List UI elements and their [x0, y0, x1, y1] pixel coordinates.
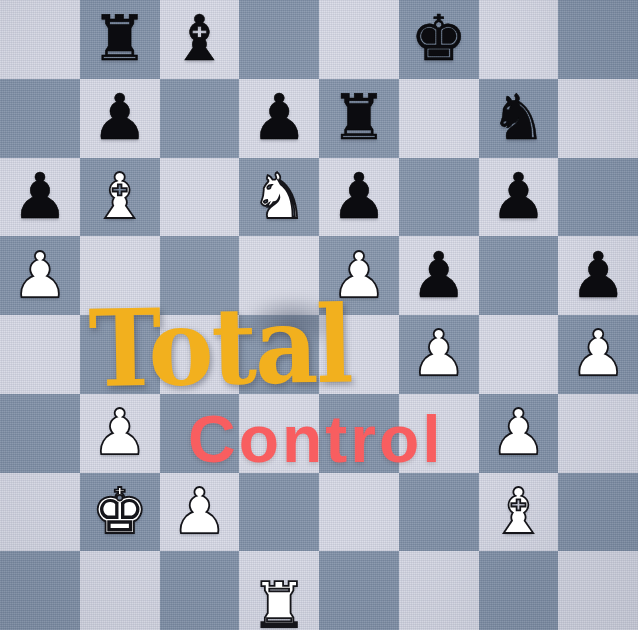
- square-c5[interactable]: [160, 236, 240, 315]
- square-h6[interactable]: [558, 158, 638, 237]
- square-f3[interactable]: [399, 394, 479, 473]
- square-f4[interactable]: ♟: [399, 315, 479, 394]
- piece-black-pawn-a6[interactable]: ♟: [12, 158, 68, 236]
- piece-black-pawn-f5[interactable]: ♟: [410, 237, 466, 315]
- piece-black-pawn-h5[interactable]: ♟: [570, 237, 626, 315]
- piece-black-bishop-c8[interactable]: ♝: [171, 0, 227, 78]
- piece-white-pawn-g3[interactable]: ♟: [490, 394, 546, 472]
- square-a5[interactable]: ♟: [0, 236, 80, 315]
- square-d7[interactable]: ♟: [239, 79, 319, 158]
- piece-white-knight-d6[interactable]: ♞: [251, 158, 307, 236]
- square-f2[interactable]: [399, 473, 479, 552]
- piece-white-king-b2[interactable]: ♚: [91, 473, 147, 551]
- square-g8[interactable]: [479, 0, 559, 79]
- square-g6[interactable]: ♟: [479, 158, 559, 237]
- square-h5[interactable]: ♟: [558, 236, 638, 315]
- square-a6[interactable]: ♟: [0, 158, 80, 237]
- square-g7[interactable]: ♞: [479, 79, 559, 158]
- square-f1[interactable]: [399, 551, 479, 630]
- square-e3[interactable]: [319, 394, 399, 473]
- square-b6[interactable]: ♝: [80, 158, 160, 237]
- square-h3[interactable]: [558, 394, 638, 473]
- piece-white-pawn-b3[interactable]: ♟: [91, 394, 147, 472]
- square-e8[interactable]: [319, 0, 399, 79]
- square-b4[interactable]: [80, 315, 160, 394]
- square-d2[interactable]: [239, 473, 319, 552]
- square-g2[interactable]: ♝: [479, 473, 559, 552]
- square-f5[interactable]: ♟: [399, 236, 479, 315]
- square-f7[interactable]: [399, 79, 479, 158]
- square-d1[interactable]: ♜: [239, 551, 319, 630]
- piece-black-king-f8[interactable]: ♚: [410, 0, 466, 78]
- square-g1[interactable]: [479, 551, 559, 630]
- piece-white-pawn-c2[interactable]: ♟: [171, 473, 227, 551]
- square-g3[interactable]: ♟: [479, 394, 559, 473]
- square-b5[interactable]: [80, 236, 160, 315]
- square-b8[interactable]: ♜: [80, 0, 160, 79]
- piece-white-rook-d1[interactable]: ♜: [251, 567, 307, 630]
- square-h2[interactable]: [558, 473, 638, 552]
- piece-black-pawn-b7[interactable]: ♟: [91, 79, 147, 157]
- square-d4[interactable]: [239, 315, 319, 394]
- piece-white-pawn-f4[interactable]: ♟: [410, 315, 466, 393]
- square-c3[interactable]: [160, 394, 240, 473]
- piece-black-knight-g7[interactable]: ♞: [490, 79, 546, 157]
- square-c8[interactable]: ♝: [160, 0, 240, 79]
- square-c6[interactable]: [160, 158, 240, 237]
- square-c1[interactable]: [160, 551, 240, 630]
- square-c4[interactable]: [160, 315, 240, 394]
- square-a3[interactable]: [0, 394, 80, 473]
- square-g4[interactable]: [479, 315, 559, 394]
- square-d5[interactable]: [239, 236, 319, 315]
- square-e6[interactable]: ♟: [319, 158, 399, 237]
- square-c7[interactable]: [160, 79, 240, 158]
- square-h7[interactable]: [558, 79, 638, 158]
- piece-white-bishop-g2[interactable]: ♝: [490, 473, 546, 551]
- square-d6[interactable]: ♞: [239, 158, 319, 237]
- square-e4[interactable]: [319, 315, 399, 394]
- square-a1[interactable]: [0, 551, 80, 630]
- piece-black-pawn-g6[interactable]: ♟: [490, 158, 546, 236]
- square-d8[interactable]: [239, 0, 319, 79]
- square-e2[interactable]: [319, 473, 399, 552]
- square-e5[interactable]: ♟: [319, 236, 399, 315]
- square-f6[interactable]: [399, 158, 479, 237]
- square-b7[interactable]: ♟: [80, 79, 160, 158]
- square-g5[interactable]: [479, 236, 559, 315]
- square-f8[interactable]: ♚: [399, 0, 479, 79]
- square-h4[interactable]: ♟: [558, 315, 638, 394]
- square-h1[interactable]: [558, 551, 638, 630]
- square-c2[interactable]: ♟: [160, 473, 240, 552]
- chess-board: ♜♝♚♟♟♜♞♟♝♞♟♟♟♟♟♟♟♟♟♟♚♟♝♜TotalControl: [0, 0, 638, 630]
- piece-white-pawn-h4[interactable]: ♟: [570, 315, 626, 393]
- square-e1[interactable]: [319, 551, 399, 630]
- square-a7[interactable]: [0, 79, 80, 158]
- square-a2[interactable]: [0, 473, 80, 552]
- piece-white-bishop-b6[interactable]: ♝: [91, 158, 147, 236]
- piece-white-pawn-e5[interactable]: ♟: [331, 237, 387, 315]
- square-a8[interactable]: [0, 0, 80, 79]
- piece-white-pawn-a5[interactable]: ♟: [12, 237, 68, 315]
- square-b1[interactable]: [80, 551, 160, 630]
- piece-black-rook-e7[interactable]: ♜: [331, 79, 387, 157]
- piece-black-rook-b8[interactable]: ♜: [91, 0, 147, 78]
- square-h8[interactable]: [558, 0, 638, 79]
- square-d3[interactable]: [239, 394, 319, 473]
- piece-black-pawn-e6[interactable]: ♟: [331, 158, 387, 236]
- square-b2[interactable]: ♚: [80, 473, 160, 552]
- square-b3[interactable]: ♟: [80, 394, 160, 473]
- piece-black-pawn-d7[interactable]: ♟: [251, 79, 307, 157]
- square-e7[interactable]: ♜: [319, 79, 399, 158]
- square-a4[interactable]: [0, 315, 80, 394]
